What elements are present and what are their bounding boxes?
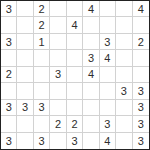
empty-cell-r5c3[interactable] xyxy=(34,67,50,83)
clue-cell-r7c9: 3 xyxy=(133,100,149,116)
clue-cell-r9c1: 3 xyxy=(1,133,17,149)
clue-cell-r3c3: 1 xyxy=(34,34,50,50)
empty-cell-r2c4[interactable] xyxy=(50,17,66,33)
empty-cell-r1c2[interactable] xyxy=(17,1,33,17)
clue-cell-r6c8: 3 xyxy=(116,83,132,99)
empty-cell-r5c9[interactable] xyxy=(133,67,149,83)
empty-cell-r8c6[interactable] xyxy=(83,116,99,132)
clue-cell-r1c6: 4 xyxy=(83,1,99,17)
empty-cell-r2c6[interactable] xyxy=(83,17,99,33)
empty-cell-r8c2[interactable] xyxy=(17,116,33,132)
puzzle-board: 324424313234234333333223333343 xyxy=(0,0,150,150)
clue-cell-r3c7: 3 xyxy=(100,34,116,50)
clue-cell-r4c6: 3 xyxy=(83,50,99,66)
empty-cell-r4c3[interactable] xyxy=(34,50,50,66)
clue-cell-r8c9: 3 xyxy=(133,116,149,132)
empty-cell-r8c3[interactable] xyxy=(34,116,50,132)
empty-cell-r2c8[interactable] xyxy=(116,17,132,33)
empty-cell-r6c1[interactable] xyxy=(1,83,17,99)
empty-cell-r7c6[interactable] xyxy=(83,100,99,116)
empty-cell-r7c8[interactable] xyxy=(116,100,132,116)
empty-cell-r1c8[interactable] xyxy=(116,1,132,17)
empty-cell-r8c8[interactable] xyxy=(116,116,132,132)
empty-cell-r2c2[interactable] xyxy=(17,17,33,33)
empty-cell-r9c6[interactable] xyxy=(83,133,99,149)
empty-cell-r1c5[interactable] xyxy=(67,1,83,17)
clue-cell-r8c5: 2 xyxy=(67,116,83,132)
clue-cell-r3c9: 2 xyxy=(133,34,149,50)
clue-cell-r4c7: 4 xyxy=(100,50,116,66)
empty-cell-r1c7[interactable] xyxy=(100,1,116,17)
clue-cell-r7c3: 3 xyxy=(34,100,50,116)
empty-cell-r6c5[interactable] xyxy=(67,83,83,99)
empty-cell-r4c8[interactable] xyxy=(116,50,132,66)
empty-cell-r6c4[interactable] xyxy=(50,83,66,99)
empty-cell-r4c2[interactable] xyxy=(17,50,33,66)
clue-cell-r8c7: 3 xyxy=(100,116,116,132)
empty-cell-r7c5[interactable] xyxy=(67,100,83,116)
empty-cell-r5c7[interactable] xyxy=(100,67,116,83)
empty-cell-r6c3[interactable] xyxy=(34,83,50,99)
clue-cell-r5c4: 3 xyxy=(50,67,66,83)
empty-cell-r5c2[interactable] xyxy=(17,67,33,83)
empty-cell-r4c1[interactable] xyxy=(1,50,17,66)
clue-cell-r3c1: 3 xyxy=(1,34,17,50)
clue-cell-r9c5: 3 xyxy=(67,133,83,149)
empty-cell-r7c4[interactable] xyxy=(50,100,66,116)
empty-cell-r4c5[interactable] xyxy=(67,50,83,66)
empty-cell-r9c2[interactable] xyxy=(17,133,33,149)
clue-cell-r7c2: 3 xyxy=(17,100,33,116)
empty-cell-r2c1[interactable] xyxy=(1,17,17,33)
empty-cell-r3c8[interactable] xyxy=(116,34,132,50)
clue-cell-r9c7: 4 xyxy=(100,133,116,149)
empty-cell-r6c6[interactable] xyxy=(83,83,99,99)
clue-cell-r7c1: 3 xyxy=(1,100,17,116)
clue-cell-r9c3: 3 xyxy=(34,133,50,149)
empty-cell-r2c9[interactable] xyxy=(133,17,149,33)
empty-cell-r3c6[interactable] xyxy=(83,34,99,50)
clue-cell-r5c1: 2 xyxy=(1,67,17,83)
empty-cell-r7c7[interactable] xyxy=(100,100,116,116)
empty-cell-r1c4[interactable] xyxy=(50,1,66,17)
clue-cell-r5c6: 4 xyxy=(83,67,99,83)
empty-cell-r4c4[interactable] xyxy=(50,50,66,66)
empty-cell-r6c2[interactable] xyxy=(17,83,33,99)
clue-cell-r1c9: 4 xyxy=(133,1,149,17)
empty-cell-r9c8[interactable] xyxy=(116,133,132,149)
clue-cell-r8c4: 2 xyxy=(50,116,66,132)
empty-cell-r5c5[interactable] xyxy=(67,67,83,83)
clue-cell-r2c5: 4 xyxy=(67,17,83,33)
empty-cell-r3c2[interactable] xyxy=(17,34,33,50)
clue-cell-r9c9: 3 xyxy=(133,133,149,149)
empty-cell-r9c4[interactable] xyxy=(50,133,66,149)
clue-cell-r2c3: 2 xyxy=(34,17,50,33)
empty-cell-r4c9[interactable] xyxy=(133,50,149,66)
clue-cell-r1c1: 3 xyxy=(1,1,17,17)
empty-cell-r6c7[interactable] xyxy=(100,83,116,99)
empty-cell-r5c8[interactable] xyxy=(116,67,132,83)
clue-cell-r6c9: 3 xyxy=(133,83,149,99)
empty-cell-r3c4[interactable] xyxy=(50,34,66,50)
clue-cell-r1c3: 2 xyxy=(34,1,50,17)
empty-cell-r3c5[interactable] xyxy=(67,34,83,50)
empty-cell-r8c1[interactable] xyxy=(1,116,17,132)
empty-cell-r2c7[interactable] xyxy=(100,17,116,33)
